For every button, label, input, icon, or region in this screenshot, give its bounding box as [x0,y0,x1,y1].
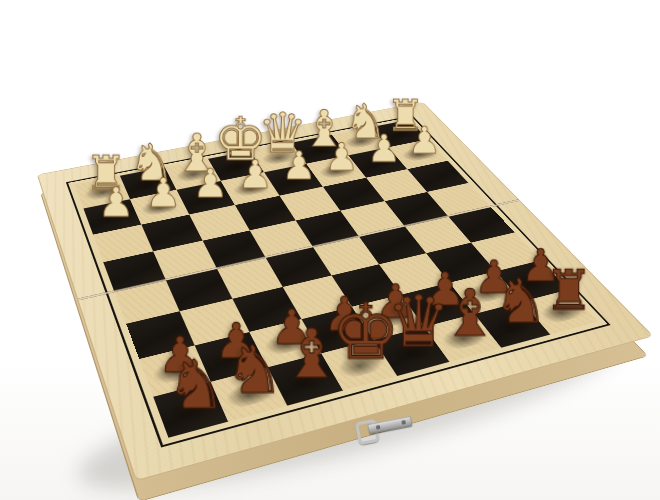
piece-white-pawn-e2: ♟ [237,156,272,193]
piece-white-pawn-h2: ♟ [98,183,135,222]
piece-white-pawn-g2: ♟ [146,174,182,212]
clasp-plate [367,416,412,434]
piece-white-pawn-a2: ♟ [408,123,441,158]
piece-black-knight-h8: ♞ [166,353,226,417]
piece-white-pawn-f2: ♟ [192,165,228,203]
product-photo-chess-set: ♜♞♝♚♛♝♞♜♟♟♟♟♟♟♟♟♟♟♟♟♟♟♟♟♞♞♝♚♛♝♞♜ [0,0,660,500]
piece-black-knight-g8: ♞ [225,338,284,401]
piece-black-bishop-f8: ♝ [281,321,342,385]
piece-black-knight-b8: ♞ [493,272,548,330]
folding-chess-case: ♜♞♝♚♛♝♞♜♟♟♟♟♟♟♟♟♟♟♟♟♟♟♟♟♞♞♝♚♛♝♞♜ [38,102,652,480]
piece-white-pawn-c2: ♟ [325,139,359,175]
square-h3 [93,224,153,262]
piece-black-rook-a8: ♜ [544,266,593,318]
piece-white-pawn-b2: ♟ [367,131,401,167]
piece-white-pawn-d2: ♟ [282,147,317,184]
